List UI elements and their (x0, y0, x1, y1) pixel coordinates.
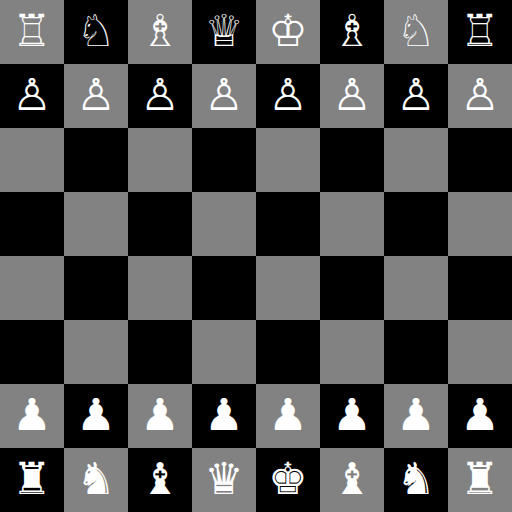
piece-black-pawn: ♟ (268, 393, 307, 437)
chess-board: ♖♘♗♕♔♗♘♖♙♙♙♙♙♙♙♙♟♟♟♟♟♟♟♟♜♞♝♛♚♝♞♜ (0, 0, 512, 512)
square-r0c2[interactable]: ♗ (128, 0, 192, 64)
piece-black-pawn: ♟ (12, 393, 51, 437)
square-r7c6[interactable]: ♞ (384, 448, 448, 512)
chess-board-wrapper: ♖♘♗♕♔♗♘♖♙♙♙♙♙♙♙♙♟♟♟♟♟♟♟♟♜♞♝♛♚♝♞♜ (0, 0, 512, 512)
square-r1c3[interactable]: ♙ (192, 64, 256, 128)
square-r7c3[interactable]: ♛ (192, 448, 256, 512)
piece-black-knight: ♞ (76, 457, 115, 501)
square-r1c0[interactable]: ♙ (0, 64, 64, 128)
square-r2c4[interactable] (256, 128, 320, 192)
square-r5c0[interactable] (0, 320, 64, 384)
piece-white-pawn: ♙ (76, 73, 115, 117)
square-r5c3[interactable] (192, 320, 256, 384)
piece-black-pawn: ♟ (460, 393, 499, 437)
square-r3c3[interactable] (192, 192, 256, 256)
square-r7c4[interactable]: ♚ (256, 448, 320, 512)
square-r0c3[interactable]: ♕ (192, 0, 256, 64)
square-r6c6[interactable]: ♟ (384, 384, 448, 448)
piece-white-pawn: ♙ (460, 73, 499, 117)
square-r2c3[interactable] (192, 128, 256, 192)
square-r7c0[interactable]: ♜ (0, 448, 64, 512)
square-r4c5[interactable] (320, 256, 384, 320)
piece-white-bishop: ♗ (332, 9, 371, 53)
square-r1c2[interactable]: ♙ (128, 64, 192, 128)
piece-white-king: ♔ (268, 9, 307, 53)
square-r3c0[interactable] (0, 192, 64, 256)
piece-white-pawn: ♙ (12, 73, 51, 117)
piece-black-rook: ♜ (12, 457, 51, 501)
square-r3c2[interactable] (128, 192, 192, 256)
piece-black-king: ♚ (268, 457, 307, 501)
square-r6c7[interactable]: ♟ (448, 384, 512, 448)
square-r2c7[interactable] (448, 128, 512, 192)
square-r3c6[interactable] (384, 192, 448, 256)
square-r0c0[interactable]: ♖ (0, 0, 64, 64)
square-r2c0[interactable] (0, 128, 64, 192)
piece-white-knight: ♘ (76, 9, 115, 53)
square-r1c6[interactable]: ♙ (384, 64, 448, 128)
square-r4c7[interactable] (448, 256, 512, 320)
square-r4c2[interactable] (128, 256, 192, 320)
piece-black-pawn: ♟ (332, 393, 371, 437)
square-r5c4[interactable] (256, 320, 320, 384)
piece-white-pawn: ♙ (140, 73, 179, 117)
square-r4c3[interactable] (192, 256, 256, 320)
square-r2c5[interactable] (320, 128, 384, 192)
square-r6c3[interactable]: ♟ (192, 384, 256, 448)
piece-black-pawn: ♟ (204, 393, 243, 437)
square-r0c5[interactable]: ♗ (320, 0, 384, 64)
square-r5c6[interactable] (384, 320, 448, 384)
square-r7c7[interactable]: ♜ (448, 448, 512, 512)
square-r2c6[interactable] (384, 128, 448, 192)
square-r5c5[interactable] (320, 320, 384, 384)
piece-white-pawn: ♙ (332, 73, 371, 117)
square-r7c1[interactable]: ♞ (64, 448, 128, 512)
square-r0c4[interactable]: ♔ (256, 0, 320, 64)
square-r5c7[interactable] (448, 320, 512, 384)
square-r6c0[interactable]: ♟ (0, 384, 64, 448)
square-r5c2[interactable] (128, 320, 192, 384)
piece-black-pawn: ♟ (140, 393, 179, 437)
square-r1c1[interactable]: ♙ (64, 64, 128, 128)
piece-black-queen: ♛ (204, 457, 243, 501)
piece-white-pawn: ♙ (268, 73, 307, 117)
piece-black-rook: ♜ (460, 457, 499, 501)
piece-black-pawn: ♟ (396, 393, 435, 437)
piece-black-bishop: ♝ (332, 457, 371, 501)
piece-black-bishop: ♝ (140, 457, 179, 501)
square-r3c1[interactable] (64, 192, 128, 256)
square-r2c1[interactable] (64, 128, 128, 192)
piece-white-pawn: ♙ (396, 73, 435, 117)
square-r0c6[interactable]: ♘ (384, 0, 448, 64)
square-r6c1[interactable]: ♟ (64, 384, 128, 448)
square-r7c2[interactable]: ♝ (128, 448, 192, 512)
square-r3c7[interactable] (448, 192, 512, 256)
square-r4c1[interactable] (64, 256, 128, 320)
square-r4c4[interactable] (256, 256, 320, 320)
square-r5c1[interactable] (64, 320, 128, 384)
square-r3c5[interactable] (320, 192, 384, 256)
square-r1c4[interactable]: ♙ (256, 64, 320, 128)
square-r4c0[interactable] (0, 256, 64, 320)
square-r2c2[interactable] (128, 128, 192, 192)
piece-white-bishop: ♗ (140, 9, 179, 53)
piece-black-knight: ♞ (396, 457, 435, 501)
piece-white-knight: ♘ (396, 9, 435, 53)
square-r6c5[interactable]: ♟ (320, 384, 384, 448)
square-r3c4[interactable] (256, 192, 320, 256)
square-r0c7[interactable]: ♖ (448, 0, 512, 64)
square-r7c5[interactable]: ♝ (320, 448, 384, 512)
square-r1c5[interactable]: ♙ (320, 64, 384, 128)
square-r0c1[interactable]: ♘ (64, 0, 128, 64)
square-r6c2[interactable]: ♟ (128, 384, 192, 448)
square-r6c4[interactable]: ♟ (256, 384, 320, 448)
piece-white-pawn: ♙ (204, 73, 243, 117)
piece-white-queen: ♕ (204, 9, 243, 53)
square-r4c6[interactable] (384, 256, 448, 320)
piece-black-pawn: ♟ (76, 393, 115, 437)
piece-white-rook: ♖ (12, 9, 51, 53)
square-r1c7[interactable]: ♙ (448, 64, 512, 128)
piece-white-rook: ♖ (460, 9, 499, 53)
